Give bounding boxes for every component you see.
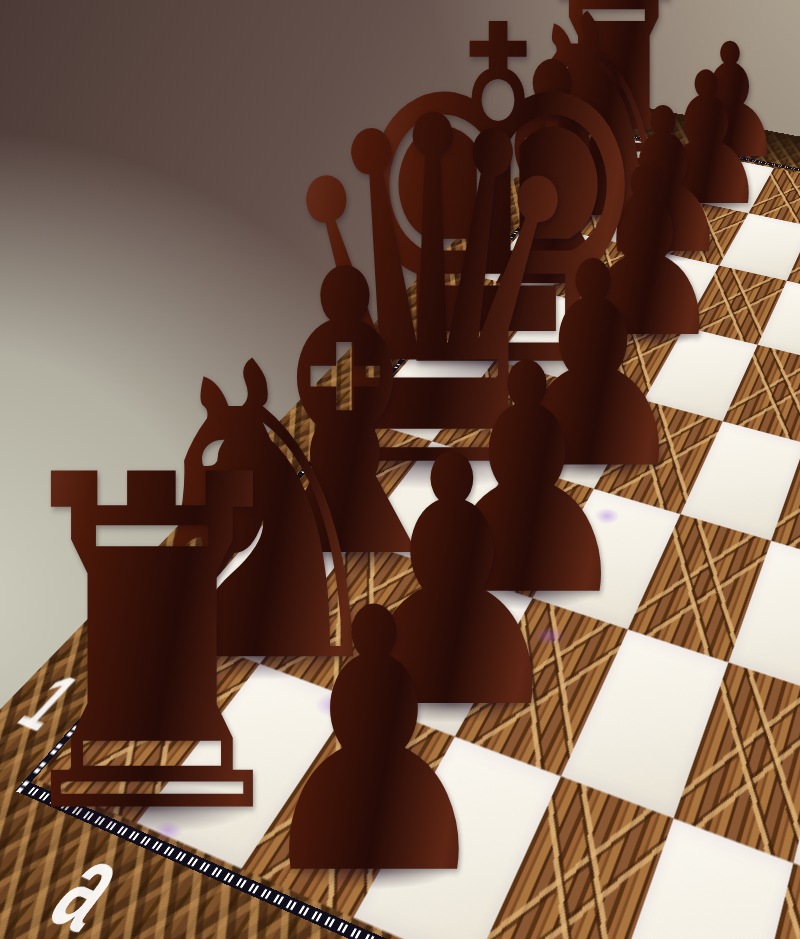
pawn-glyph: ♟: [247, 561, 501, 924]
chess-photo-scene: 1 a ♜ ♞ ♝ ♛ ♚ ♝ ♞ ♜ ♟ ♟ ♟ ♟ ♟ ♟ ♟ ♟: [0, 0, 800, 939]
